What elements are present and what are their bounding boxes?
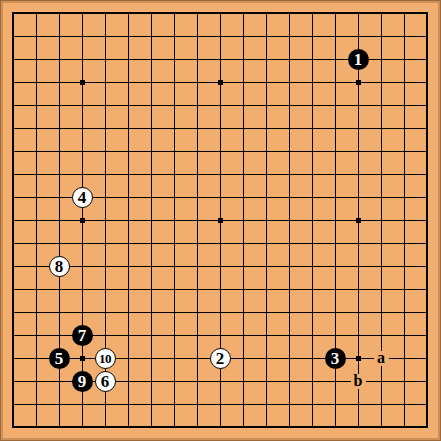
stone-white-2: 2 [210, 348, 231, 369]
stone-black-1: 1 [348, 49, 369, 70]
stone-black-3: 3 [325, 348, 346, 369]
go-board: 12345678910ab [3, 3, 438, 438]
stones-layer: 12345678910ab [2, 2, 439, 439]
point-label-b: b [351, 374, 366, 389]
stone-white-10: 10 [95, 348, 116, 369]
stone-white-8: 8 [49, 256, 70, 277]
stone-black-5: 5 [49, 348, 70, 369]
stone-black-9: 9 [72, 371, 93, 392]
stone-white-6: 6 [95, 371, 116, 392]
board-frame: 12345678910ab [0, 0, 441, 441]
point-label-a: a [374, 351, 389, 366]
stone-black-7: 7 [72, 325, 93, 346]
stone-white-4: 4 [72, 187, 93, 208]
board-inner-frame: 12345678910ab [1, 1, 440, 440]
